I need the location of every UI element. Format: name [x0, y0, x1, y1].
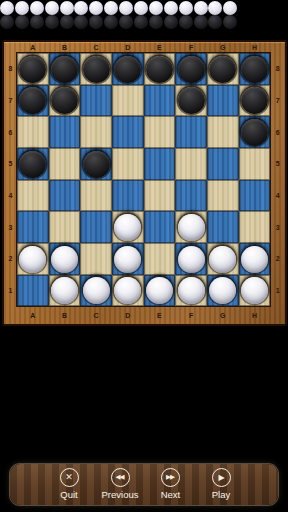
square-d8[interactable] [112, 53, 144, 85]
rewind-icon: ◀◀ [111, 468, 130, 487]
square-e8[interactable] [144, 53, 176, 85]
tray-black-piece [119, 15, 133, 29]
rank-label: 1 [270, 275, 285, 307]
file-label: H [239, 42, 271, 53]
white-piece-c1[interactable] [83, 277, 110, 304]
next-button[interactable]: ▶▶ Next [143, 468, 199, 500]
square-c4[interactable] [80, 180, 112, 212]
square-f6[interactable] [175, 116, 207, 148]
rank-label: 7 [4, 85, 17, 117]
black-piece-f7[interactable] [178, 87, 205, 114]
rank-label: 2 [270, 243, 285, 275]
play-label: Play [212, 489, 230, 500]
square-c3[interactable] [80, 211, 112, 243]
file-label: C [80, 306, 112, 324]
white-piece-d3[interactable] [114, 214, 141, 241]
fast-forward-icon: ▶▶ [161, 468, 180, 487]
file-label: H [239, 306, 271, 324]
file-label: C [80, 42, 112, 53]
file-label: D [112, 42, 144, 53]
square-g3[interactable] [207, 211, 239, 243]
rank-label: 4 [4, 180, 17, 212]
square-c8[interactable] [80, 53, 112, 85]
square-h1[interactable] [239, 275, 271, 307]
square-c6[interactable] [80, 116, 112, 148]
tray-black-piece [104, 15, 118, 29]
square-b1[interactable] [49, 275, 81, 307]
tray-white-piece [45, 1, 59, 15]
square-c1[interactable] [80, 275, 112, 307]
black-piece-g8[interactable] [209, 56, 236, 83]
square-h6[interactable] [239, 116, 271, 148]
tray-white-piece [104, 1, 118, 15]
square-d5[interactable] [112, 148, 144, 180]
file-label: B [49, 306, 81, 324]
tray-black-piece [194, 15, 208, 29]
tray-white-piece [89, 1, 103, 15]
square-g7[interactable] [207, 85, 239, 117]
white-piece-d1[interactable] [114, 277, 141, 304]
square-g4[interactable] [207, 180, 239, 212]
white-piece-b1[interactable] [51, 277, 78, 304]
square-b2[interactable] [49, 243, 81, 275]
square-h2[interactable] [239, 243, 271, 275]
tray-black-piece [149, 15, 163, 29]
square-a6[interactable] [17, 116, 49, 148]
square-e4[interactable] [144, 180, 176, 212]
rank-label: 8 [270, 53, 285, 85]
square-a1[interactable] [17, 275, 49, 307]
square-h5[interactable] [239, 148, 271, 180]
square-b7[interactable] [49, 85, 81, 117]
tray-black-piece [179, 15, 193, 29]
square-a5[interactable] [17, 148, 49, 180]
square-f1[interactable] [175, 275, 207, 307]
square-h3[interactable] [239, 211, 271, 243]
square-a8[interactable] [17, 53, 49, 85]
tray-white-piece [0, 1, 14, 15]
rank-label: 5 [270, 148, 285, 180]
tray-black-piece [0, 15, 14, 29]
tray-white-piece [134, 1, 148, 15]
rank-label: 3 [4, 211, 17, 243]
black-piece-b8[interactable] [51, 56, 78, 83]
rank-label: 5 [4, 148, 17, 180]
black-piece-c8[interactable] [83, 56, 110, 83]
white-piece-h1[interactable] [241, 277, 268, 304]
white-piece-f3[interactable] [178, 214, 205, 241]
square-g1[interactable] [207, 275, 239, 307]
square-b6[interactable] [49, 116, 81, 148]
square-b8[interactable] [49, 53, 81, 85]
tray-black-piece [15, 15, 29, 29]
tray-white-piece [164, 1, 178, 15]
tray-white-piece [208, 1, 222, 15]
tray-black-piece [208, 15, 222, 29]
previous-label: Previous [102, 489, 139, 500]
file-label: A [17, 306, 49, 324]
square-f8[interactable] [175, 53, 207, 85]
square-e1[interactable] [144, 275, 176, 307]
play-button[interactable]: ▶ Play [193, 468, 249, 500]
square-c2[interactable] [80, 243, 112, 275]
square-c7[interactable] [80, 85, 112, 117]
white-piece-a2[interactable] [19, 246, 46, 273]
square-d2[interactable] [112, 243, 144, 275]
square-e2[interactable] [144, 243, 176, 275]
square-d3[interactable] [112, 211, 144, 243]
square-e7[interactable] [144, 85, 176, 117]
black-pieces-tray [0, 15, 238, 29]
square-e3[interactable] [144, 211, 176, 243]
black-piece-a7[interactable] [19, 87, 46, 114]
square-f4[interactable] [175, 180, 207, 212]
board-grid [17, 53, 270, 306]
tray-white-piece [60, 1, 74, 15]
square-a4[interactable] [17, 180, 49, 212]
square-a7[interactable] [17, 85, 49, 117]
square-c5[interactable] [80, 148, 112, 180]
tray-black-piece [134, 15, 148, 29]
white-piece-h2[interactable] [241, 246, 268, 273]
file-label: A [17, 42, 49, 53]
white-piece-g1[interactable] [209, 277, 236, 304]
app-screen: ABCDEFGH ABCDEFGH 87654321 87654321 ✕ Qu… [0, 0, 288, 512]
tray-white-piece [15, 1, 29, 15]
tray-black-piece [45, 15, 59, 29]
white-piece-b2[interactable] [51, 246, 78, 273]
square-b5[interactable] [49, 148, 81, 180]
black-piece-a8[interactable] [19, 56, 46, 83]
white-piece-f2[interactable] [178, 246, 205, 273]
file-label: D [112, 306, 144, 324]
black-piece-b7[interactable] [51, 87, 78, 114]
rank-label: 2 [4, 243, 17, 275]
white-piece-d2[interactable] [114, 246, 141, 273]
rank-label: 6 [270, 116, 285, 148]
file-labels-top: ABCDEFGH [17, 42, 270, 53]
quit-label: Quit [60, 489, 77, 500]
quit-button[interactable]: ✕ Quit [41, 468, 97, 500]
tray-black-piece [164, 15, 178, 29]
rank-labels-right: 87654321 [270, 53, 285, 306]
black-piece-e8[interactable] [146, 56, 173, 83]
rank-label: 7 [270, 85, 285, 117]
square-g5[interactable] [207, 148, 239, 180]
tray-white-piece [30, 1, 44, 15]
playback-toolbar: ✕ Quit ◀◀ Previous ▶▶ Next ▶ Play [10, 464, 278, 505]
square-h8[interactable] [239, 53, 271, 85]
black-piece-h6[interactable] [241, 119, 268, 146]
file-label: F [175, 42, 207, 53]
file-label: E [144, 306, 176, 324]
black-piece-c5[interactable] [83, 151, 110, 178]
close-icon: ✕ [60, 468, 79, 487]
black-piece-d8[interactable] [114, 56, 141, 83]
file-label: E [144, 42, 176, 53]
square-g8[interactable] [207, 53, 239, 85]
tray-white-piece [74, 1, 88, 15]
previous-button[interactable]: ◀◀ Previous [92, 468, 148, 500]
tray-white-piece [194, 1, 208, 15]
black-piece-h8[interactable] [241, 56, 268, 83]
white-piece-g2[interactable] [209, 246, 236, 273]
rank-label: 8 [4, 53, 17, 85]
tray-white-piece [223, 1, 237, 15]
next-label: Next [161, 489, 181, 500]
square-b3[interactable] [49, 211, 81, 243]
tray-white-piece [149, 1, 163, 15]
square-e5[interactable] [144, 148, 176, 180]
square-d7[interactable] [112, 85, 144, 117]
white-piece-e1[interactable] [146, 277, 173, 304]
tray-black-piece [60, 15, 74, 29]
tray-black-piece [74, 15, 88, 29]
square-f3[interactable] [175, 211, 207, 243]
rank-labels-left: 87654321 [4, 53, 17, 306]
file-label: F [175, 306, 207, 324]
white-pieces-tray [0, 1, 238, 15]
tray-black-piece [30, 15, 44, 29]
square-f7[interactable] [175, 85, 207, 117]
file-label: G [207, 42, 239, 53]
square-d1[interactable] [112, 275, 144, 307]
tray-white-piece [119, 1, 133, 15]
rank-label: 1 [4, 275, 17, 307]
square-f5[interactable] [175, 148, 207, 180]
square-f2[interactable] [175, 243, 207, 275]
square-g2[interactable] [207, 243, 239, 275]
tray-black-piece [89, 15, 103, 29]
play-icon: ▶ [212, 468, 231, 487]
black-piece-h7[interactable] [241, 87, 268, 114]
square-a3[interactable] [17, 211, 49, 243]
square-d4[interactable] [112, 180, 144, 212]
file-label: B [49, 42, 81, 53]
tray-white-piece [179, 1, 193, 15]
square-a2[interactable] [17, 243, 49, 275]
black-piece-a5[interactable] [19, 151, 46, 178]
square-e6[interactable] [144, 116, 176, 148]
black-piece-f8[interactable] [178, 56, 205, 83]
file-labels-bottom: ABCDEFGH [17, 306, 270, 324]
square-d6[interactable] [112, 116, 144, 148]
square-g6[interactable] [207, 116, 239, 148]
board-frame: ABCDEFGH ABCDEFGH 87654321 87654321 [2, 40, 287, 326]
square-b4[interactable] [49, 180, 81, 212]
white-piece-f1[interactable] [178, 277, 205, 304]
square-h4[interactable] [239, 180, 271, 212]
tray-black-piece [223, 15, 237, 29]
square-h7[interactable] [239, 85, 271, 117]
rank-label: 3 [270, 211, 285, 243]
rank-label: 6 [4, 116, 17, 148]
rank-label: 4 [270, 180, 285, 212]
file-label: G [207, 306, 239, 324]
